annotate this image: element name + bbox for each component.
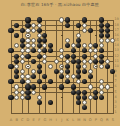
column-coordinate-labels: ABCDEFGHIJKLMNOPQRS bbox=[8, 118, 115, 123]
black-stone bbox=[36, 100, 42, 105]
black-stone bbox=[87, 74, 93, 79]
game-info-header: 白:李世石 165手 · 黑:xizhaou 白中盘胜 bbox=[0, 2, 120, 7]
column-label: S bbox=[110, 118, 116, 123]
row-coordinate-labels: 19181716151413121110987654321 bbox=[115, 17, 119, 115]
black-stone bbox=[42, 84, 48, 89]
black-stone bbox=[99, 95, 105, 100]
black-stone bbox=[48, 100, 54, 105]
white-stone bbox=[104, 84, 110, 89]
black-stone bbox=[82, 105, 88, 110]
go-diagram: 白:李世石 165手 · 黑:xizhaou 白中盘胜 ABCDEFGHIJKL… bbox=[0, 0, 120, 126]
black-stone bbox=[48, 48, 54, 53]
black-stone bbox=[48, 79, 54, 84]
black-stone bbox=[59, 84, 65, 89]
black-stone bbox=[87, 28, 93, 33]
row-label: 1 bbox=[115, 110, 119, 115]
black-stone bbox=[65, 23, 71, 28]
